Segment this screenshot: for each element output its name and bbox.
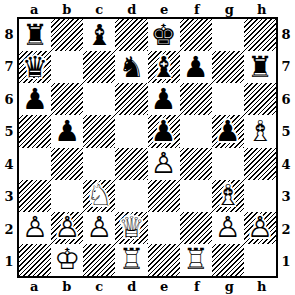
square-g5[interactable]: ♟♟ <box>212 115 244 147</box>
square-h2[interactable]: ♟♙ <box>244 212 276 244</box>
square-d4[interactable] <box>115 148 147 180</box>
white-queen[interactable]: ♛♕ <box>115 212 147 244</box>
piece-glyph: ♙ <box>148 148 180 180</box>
black-pawn[interactable]: ♟♟ <box>180 51 212 83</box>
file-labels-top: abcdefgh <box>18 0 278 18</box>
black-pawn[interactable]: ♟♟ <box>212 115 244 147</box>
square-a2[interactable]: ♟♙ <box>19 212 51 244</box>
rank-label-8-left: 8 <box>0 18 18 51</box>
square-d6[interactable] <box>115 83 147 115</box>
white-knight[interactable]: ♞♘ <box>83 180 115 212</box>
square-a5[interactable] <box>19 115 51 147</box>
white-rook[interactable]: ♜♖ <box>180 244 212 276</box>
file-labels-bottom: abcdefgh <box>18 277 278 295</box>
rank-label-5-left: 5 <box>0 116 18 149</box>
square-b4[interactable] <box>51 148 83 180</box>
white-king[interactable]: ♚♔ <box>51 244 83 276</box>
square-h5[interactable]: ♝♗ <box>244 115 276 147</box>
square-e8[interactable]: ♚♚ <box>148 19 180 51</box>
rank-label-5-right: 5 <box>277 116 295 149</box>
file-label-a-bottom: a <box>18 277 51 295</box>
square-c1[interactable] <box>83 244 115 276</box>
square-g7[interactable] <box>212 51 244 83</box>
white-rook[interactable]: ♜♖ <box>115 244 147 276</box>
rank-label-7-left: 7 <box>0 51 18 84</box>
black-knight[interactable]: ♞♞ <box>115 51 147 83</box>
rank-label-1-right: 1 <box>277 246 295 279</box>
white-bishop[interactable]: ♝♗ <box>244 115 276 147</box>
piece-glyph: ♛ <box>19 51 51 83</box>
rank-label-4-right: 4 <box>277 148 295 181</box>
square-g3[interactable]: ♝♗ <box>212 180 244 212</box>
rank-label-7-right: 7 <box>277 51 295 84</box>
white-pawn[interactable]: ♟♙ <box>212 212 244 244</box>
file-label-f-bottom: f <box>181 277 214 295</box>
rank-label-2-left: 2 <box>0 213 18 246</box>
chess-diagram: abcdefgh abcdefgh 87654321 87654321 ♜♜♝♝… <box>0 0 295 295</box>
square-b7[interactable] <box>51 51 83 83</box>
square-e7[interactable]: ♝♝ <box>148 51 180 83</box>
square-c5[interactable] <box>83 115 115 147</box>
square-g8[interactable] <box>212 19 244 51</box>
file-label-h-top: h <box>246 0 279 18</box>
square-g2[interactable]: ♟♙ <box>212 212 244 244</box>
square-h3[interactable] <box>244 180 276 212</box>
square-h7[interactable]: ♜♜ <box>244 51 276 83</box>
piece-glyph: ♟ <box>51 115 83 147</box>
file-label-f-top: f <box>181 0 214 18</box>
piece-glyph: ♟ <box>148 115 180 147</box>
rank-label-1-left: 1 <box>0 246 18 279</box>
piece-glyph: ♖ <box>115 244 147 276</box>
file-label-b-bottom: b <box>51 277 84 295</box>
square-b3[interactable] <box>51 180 83 212</box>
chess-board: ♜♜♝♝♚♚♛♛♞♞♝♝♟♟♜♜♟♟♟♟♟♟♟♟♟♟♝♗♟♙♞♘♝♗♟♙♟♙♟♙… <box>17 17 278 278</box>
square-a3[interactable] <box>19 180 51 212</box>
file-label-a-top: a <box>18 0 51 18</box>
file-label-c-bottom: c <box>83 277 116 295</box>
rank-labels-left: 87654321 <box>0 18 18 278</box>
square-d8[interactable] <box>115 19 147 51</box>
file-label-h-bottom: h <box>246 277 279 295</box>
square-a6[interactable]: ♟♟ <box>19 83 51 115</box>
square-b5[interactable]: ♟♟ <box>51 115 83 147</box>
piece-glyph: ♙ <box>83 212 115 244</box>
piece-glyph: ♔ <box>51 244 83 276</box>
white-pawn[interactable]: ♟♙ <box>19 212 51 244</box>
square-e5[interactable]: ♟♟ <box>148 115 180 147</box>
file-label-d-bottom: d <box>116 277 149 295</box>
square-h4[interactable] <box>244 148 276 180</box>
square-h6[interactable] <box>244 83 276 115</box>
piece-glyph: ♟ <box>212 115 244 147</box>
black-pawn[interactable]: ♟♟ <box>19 83 51 115</box>
square-d5[interactable] <box>115 115 147 147</box>
square-f5[interactable] <box>180 115 212 147</box>
piece-glyph: ♜ <box>19 19 51 51</box>
white-pawn[interactable]: ♟♙ <box>148 148 180 180</box>
square-c3[interactable]: ♞♘ <box>83 180 115 212</box>
black-bishop[interactable]: ♝♝ <box>148 51 180 83</box>
rank-label-3-left: 3 <box>0 181 18 214</box>
square-c6[interactable] <box>83 83 115 115</box>
black-pawn[interactable]: ♟♟ <box>148 83 180 115</box>
piece-glyph: ♗ <box>244 115 276 147</box>
piece-glyph: ♖ <box>180 244 212 276</box>
square-a7[interactable]: ♛♛ <box>19 51 51 83</box>
rank-label-8-right: 8 <box>277 18 295 51</box>
square-c7[interactable] <box>83 51 115 83</box>
white-pawn[interactable]: ♟♙ <box>51 212 83 244</box>
square-e1[interactable] <box>148 244 180 276</box>
square-e3[interactable] <box>148 180 180 212</box>
square-e6[interactable]: ♟♟ <box>148 83 180 115</box>
square-c4[interactable] <box>83 148 115 180</box>
piece-glyph: ♕ <box>115 212 147 244</box>
square-d3[interactable] <box>115 180 147 212</box>
piece-glyph: ♟ <box>19 83 51 115</box>
white-bishop[interactable]: ♝♗ <box>212 180 244 212</box>
piece-glyph: ♙ <box>51 212 83 244</box>
rank-label-4-left: 4 <box>0 148 18 181</box>
square-a4[interactable] <box>19 148 51 180</box>
file-label-b-top: b <box>51 0 84 18</box>
black-pawn[interactable]: ♟♟ <box>51 115 83 147</box>
file-label-c-top: c <box>83 0 116 18</box>
black-rook[interactable]: ♜♜ <box>19 19 51 51</box>
square-a1[interactable] <box>19 244 51 276</box>
square-h1[interactable] <box>244 244 276 276</box>
square-b6[interactable] <box>51 83 83 115</box>
square-f3[interactable] <box>180 180 212 212</box>
piece-glyph: ♟ <box>148 83 180 115</box>
piece-glyph: ♞ <box>115 51 147 83</box>
piece-glyph: ♜ <box>244 51 276 83</box>
file-label-e-top: e <box>148 0 181 18</box>
piece-glyph: ♙ <box>244 212 276 244</box>
square-f1[interactable]: ♜♖ <box>180 244 212 276</box>
black-pawn[interactable]: ♟♟ <box>148 115 180 147</box>
square-f8[interactable] <box>180 19 212 51</box>
square-g1[interactable] <box>212 244 244 276</box>
square-f4[interactable] <box>180 148 212 180</box>
white-pawn[interactable]: ♟♙ <box>83 212 115 244</box>
piece-glyph: ♝ <box>148 51 180 83</box>
rank-label-6-right: 6 <box>277 83 295 116</box>
square-d7[interactable]: ♞♞ <box>115 51 147 83</box>
rank-label-2-right: 2 <box>277 213 295 246</box>
rank-label-6-left: 6 <box>0 83 18 116</box>
piece-glyph: ♙ <box>19 212 51 244</box>
black-king[interactable]: ♚♚ <box>148 19 180 51</box>
square-h8[interactable] <box>244 19 276 51</box>
file-label-g-top: g <box>213 0 246 18</box>
piece-glyph: ♝ <box>83 19 115 51</box>
square-e2[interactable] <box>148 212 180 244</box>
square-g4[interactable] <box>212 148 244 180</box>
rank-labels-right: 87654321 <box>277 18 295 278</box>
square-g6[interactable] <box>212 83 244 115</box>
piece-glyph: ♚ <box>148 19 180 51</box>
piece-glyph: ♗ <box>212 180 244 212</box>
rank-label-3-right: 3 <box>277 181 295 214</box>
file-label-e-bottom: e <box>148 277 181 295</box>
piece-glyph: ♙ <box>212 212 244 244</box>
square-b2[interactable]: ♟♙ <box>51 212 83 244</box>
piece-glyph: ♘ <box>83 180 115 212</box>
square-f7[interactable]: ♟♟ <box>180 51 212 83</box>
square-d2[interactable]: ♛♕ <box>115 212 147 244</box>
square-b1[interactable]: ♚♔ <box>51 244 83 276</box>
black-bishop[interactable]: ♝♝ <box>83 19 115 51</box>
black-rook[interactable]: ♜♜ <box>244 51 276 83</box>
square-c2[interactable]: ♟♙ <box>83 212 115 244</box>
file-label-d-top: d <box>116 0 149 18</box>
white-pawn[interactable]: ♟♙ <box>244 212 276 244</box>
square-a8[interactable]: ♜♜ <box>19 19 51 51</box>
square-c8[interactable]: ♝♝ <box>83 19 115 51</box>
file-label-g-bottom: g <box>213 277 246 295</box>
black-queen[interactable]: ♛♛ <box>19 51 51 83</box>
square-d1[interactable]: ♜♖ <box>115 244 147 276</box>
square-b8[interactable] <box>51 19 83 51</box>
square-e4[interactable]: ♟♙ <box>148 148 180 180</box>
piece-glyph: ♟ <box>180 51 212 83</box>
square-f2[interactable] <box>180 212 212 244</box>
square-f6[interactable] <box>180 83 212 115</box>
